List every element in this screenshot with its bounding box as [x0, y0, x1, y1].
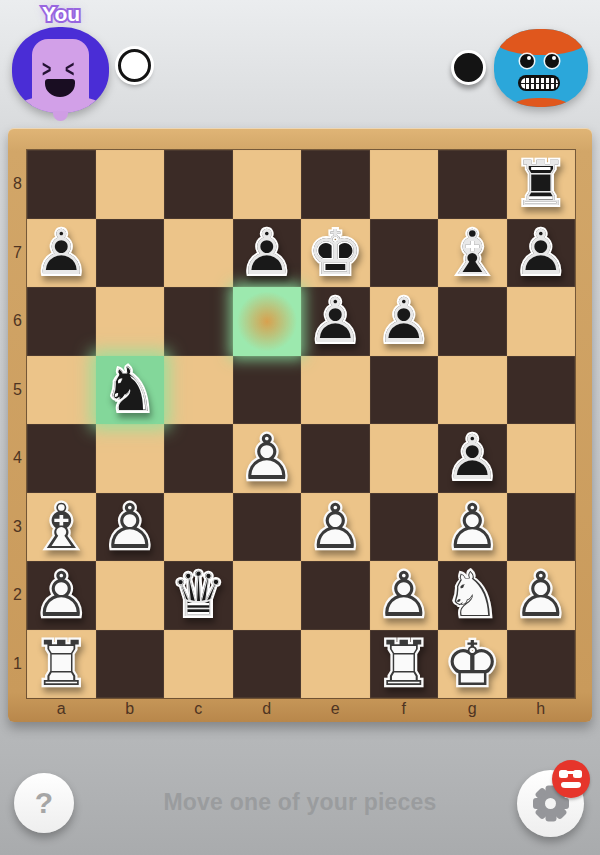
square-a8[interactable]	[27, 150, 96, 219]
you-label: You	[16, 2, 106, 26]
square-g7[interactable]: ♝♗	[438, 219, 507, 288]
white-rook[interactable]: ♜♖	[376, 633, 432, 695]
square-e2[interactable]	[301, 561, 370, 630]
teeth-icon	[521, 78, 558, 89]
square-f8[interactable]	[370, 150, 439, 219]
rank-label-5: 5	[8, 356, 27, 425]
chess-app-page: You > < ♜♖♟♙♟♙♚♔♝♗♟♙♟♙♟♙♞♘♟♙♟♙♝♗♟♙♟♙♟♙♟♙…	[0, 0, 600, 855]
white-knight[interactable]: ♞♘	[444, 564, 500, 626]
square-h7[interactable]: ♟♙	[507, 219, 576, 288]
file-label-c: c	[164, 698, 233, 722]
square-d6[interactable]	[233, 287, 302, 356]
black-king[interactable]: ♚♔	[307, 222, 363, 284]
square-e3[interactable]: ♟♙	[301, 493, 370, 562]
white-king[interactable]: ♚♔	[444, 633, 500, 695]
black-knight[interactable]: ♞♘	[102, 359, 158, 421]
square-f2[interactable]: ♟♙	[370, 561, 439, 630]
black-pawn[interactable]: ♟♙	[33, 222, 89, 284]
file-label-d: d	[233, 698, 302, 722]
square-f5[interactable]	[370, 356, 439, 425]
square-h5[interactable]	[507, 356, 576, 425]
chess-board: ♜♖♟♙♟♙♚♔♝♗♟♙♟♙♟♙♞♘♟♙♟♙♝♗♟♙♟♙♟♙♟♙♛♕♟♙♞♘♟♙…	[8, 128, 592, 722]
square-d5[interactable]	[233, 356, 302, 425]
square-a4[interactable]	[27, 424, 96, 493]
black-color-indicator	[451, 50, 486, 85]
disguise-glasses-mustache-icon	[552, 760, 590, 798]
square-e8[interactable]	[301, 150, 370, 219]
square-a6[interactable]	[27, 287, 96, 356]
file-label-f: f	[370, 698, 439, 722]
rank-label-7: 7	[8, 219, 27, 288]
black-pawn[interactable]: ♟♙	[444, 427, 500, 489]
square-b5[interactable]: ♞♘	[96, 356, 165, 425]
square-d8[interactable]	[233, 150, 302, 219]
square-a7[interactable]: ♟♙	[27, 219, 96, 288]
black-bishop[interactable]: ♝♗	[444, 222, 500, 284]
square-g8[interactable]	[438, 150, 507, 219]
square-h6[interactable]	[507, 287, 576, 356]
square-b3[interactable]: ♟♙	[96, 493, 165, 562]
square-d2[interactable]	[233, 561, 302, 630]
black-pawn[interactable]: ♟♙	[513, 222, 569, 284]
square-f7[interactable]	[370, 219, 439, 288]
square-g1[interactable]: ♚♔	[438, 630, 507, 699]
square-b7[interactable]	[96, 219, 165, 288]
square-f3[interactable]	[370, 493, 439, 562]
square-g5[interactable]	[438, 356, 507, 425]
square-c4[interactable]	[164, 424, 233, 493]
file-label-a: a	[27, 698, 96, 722]
square-a3[interactable]: ♝♗	[27, 493, 96, 562]
grinning-mouth-icon	[518, 75, 560, 91]
square-b4[interactable]	[96, 424, 165, 493]
player-avatar: > <	[12, 27, 109, 113]
square-c6[interactable]	[164, 287, 233, 356]
square-c1[interactable]	[164, 630, 233, 699]
avatar-hair	[494, 29, 588, 55]
square-c5[interactable]	[164, 356, 233, 425]
white-bishop[interactable]: ♝♗	[33, 496, 89, 558]
file-label-e: e	[301, 698, 370, 722]
square-h3[interactable]	[507, 493, 576, 562]
square-g4[interactable]: ♟♙	[438, 424, 507, 493]
rank-label-2: 2	[8, 561, 27, 630]
square-f6[interactable]: ♟♙	[370, 287, 439, 356]
white-pawn[interactable]: ♟♙	[33, 564, 89, 626]
white-pawn[interactable]: ♟♙	[376, 564, 432, 626]
white-pawn[interactable]: ♟♙	[513, 564, 569, 626]
square-h4[interactable]	[507, 424, 576, 493]
square-b1[interactable]	[96, 630, 165, 699]
square-d7[interactable]: ♟♙	[233, 219, 302, 288]
black-pawn[interactable]: ♟♙	[239, 222, 295, 284]
square-e5[interactable]	[301, 356, 370, 425]
square-e1[interactable]	[301, 630, 370, 699]
white-pawn[interactable]: ♟♙	[239, 427, 295, 489]
square-a2[interactable]: ♟♙	[27, 561, 96, 630]
square-h1[interactable]	[507, 630, 576, 699]
square-d4[interactable]: ♟♙	[233, 424, 302, 493]
black-queen[interactable]: ♛♕	[170, 564, 226, 626]
white-pawn[interactable]: ♟♙	[307, 496, 363, 558]
white-pawn[interactable]: ♟♙	[444, 496, 500, 558]
square-g2[interactable]: ♞♘	[438, 561, 507, 630]
square-e7[interactable]: ♚♔	[301, 219, 370, 288]
avatar-tongue	[53, 111, 68, 121]
turn-message: Move one of your pieces	[0, 789, 600, 816]
black-pawn[interactable]: ♟♙	[376, 290, 432, 352]
file-label-g: g	[438, 698, 507, 722]
black-pawn[interactable]: ♟♙	[307, 290, 363, 352]
square-d1[interactable]	[233, 630, 302, 699]
board-squares: ♜♖♟♙♟♙♚♔♝♗♟♙♟♙♟♙♞♘♟♙♟♙♝♗♟♙♟♙♟♙♟♙♛♕♟♙♞♘♟♙…	[27, 150, 575, 698]
black-rook[interactable]: ♜♖	[513, 153, 569, 215]
square-c2[interactable]: ♛♕	[164, 561, 233, 630]
square-e4[interactable]	[301, 424, 370, 493]
white-color-indicator	[118, 49, 151, 82]
square-c8[interactable]	[164, 150, 233, 219]
rank-label-4: 4	[8, 424, 27, 493]
rank-label-1: 1	[8, 630, 27, 699]
square-f4[interactable]	[370, 424, 439, 493]
square-b2[interactable]	[96, 561, 165, 630]
square-g6[interactable]	[438, 287, 507, 356]
rank-label-8: 8	[8, 150, 27, 219]
square-c3[interactable]	[164, 493, 233, 562]
eye-icon	[545, 54, 559, 68]
rank-label-6: 6	[8, 287, 27, 356]
square-a5[interactable]	[27, 356, 96, 425]
square-g3[interactable]: ♟♙	[438, 493, 507, 562]
square-h2[interactable]: ♟♙	[507, 561, 576, 630]
avatar-collar	[510, 98, 572, 107]
square-h8[interactable]: ♜♖	[507, 150, 576, 219]
file-label-h: h	[507, 698, 576, 722]
square-a1[interactable]: ♜♖	[27, 630, 96, 699]
square-f1[interactable]: ♜♖	[370, 630, 439, 699]
eye-icon	[520, 54, 534, 68]
square-e6[interactable]: ♟♙	[301, 287, 370, 356]
settings-button[interactable]	[517, 770, 584, 837]
square-b8[interactable]	[96, 150, 165, 219]
square-c7[interactable]	[164, 219, 233, 288]
opponent-avatar	[494, 29, 588, 107]
white-pawn[interactable]: ♟♙	[102, 496, 158, 558]
white-rook[interactable]: ♜♖	[33, 633, 89, 695]
rank-label-3: 3	[8, 493, 27, 562]
square-d3[interactable]	[233, 493, 302, 562]
file-label-b: b	[96, 698, 165, 722]
square-b6[interactable]	[96, 287, 165, 356]
